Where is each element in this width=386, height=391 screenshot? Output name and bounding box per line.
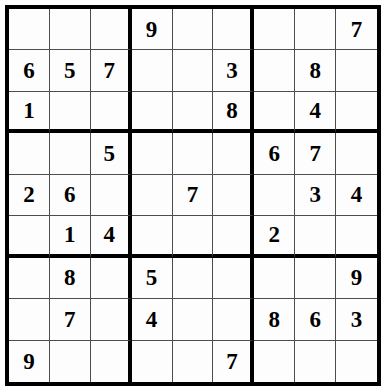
cell-r7c5[interactable] <box>173 258 214 299</box>
cell-r2c8: 8 <box>295 50 336 91</box>
cell-r2c4[interactable] <box>132 50 173 91</box>
cell-r3c9[interactable] <box>336 92 377 133</box>
cell-r7c1[interactable] <box>9 258 50 299</box>
cell-r3c8: 4 <box>295 92 336 133</box>
cell-r6c9[interactable] <box>336 216 377 257</box>
cell-r7c9: 9 <box>336 258 377 299</box>
cell-r5c8: 3 <box>295 175 336 216</box>
cell-r5c1: 2 <box>9 175 50 216</box>
cell-r5c6[interactable] <box>213 175 254 216</box>
cell-r2c9[interactable] <box>336 50 377 91</box>
cell-r3c6: 8 <box>213 92 254 133</box>
cell-r2c5[interactable] <box>173 50 214 91</box>
cell-r9c4[interactable] <box>132 341 173 382</box>
cell-r1c9: 7 <box>336 9 377 50</box>
cell-r8c3[interactable] <box>91 299 132 340</box>
cell-r4c6[interactable] <box>213 133 254 174</box>
cell-r9c3[interactable] <box>91 341 132 382</box>
cell-r3c3[interactable] <box>91 92 132 133</box>
cell-r4c4[interactable] <box>132 133 173 174</box>
cell-r1c1[interactable] <box>9 9 50 50</box>
cell-r3c4[interactable] <box>132 92 173 133</box>
cell-r5c4[interactable] <box>132 175 173 216</box>
cell-r4c2[interactable] <box>50 133 91 174</box>
cell-r5c3[interactable] <box>91 175 132 216</box>
sudoku-board: 9765738184567267341428597486397 <box>5 5 381 386</box>
cell-r9c7[interactable] <box>254 341 295 382</box>
cell-r1c8[interactable] <box>295 9 336 50</box>
cell-r4c1[interactable] <box>9 133 50 174</box>
cell-r7c7[interactable] <box>254 258 295 299</box>
cell-r6c3: 4 <box>91 216 132 257</box>
cell-r1c5[interactable] <box>173 9 214 50</box>
cell-r2c2: 5 <box>50 50 91 91</box>
cell-r5c7[interactable] <box>254 175 295 216</box>
cell-r1c6[interactable] <box>213 9 254 50</box>
cell-r8c7: 8 <box>254 299 295 340</box>
cell-r8c8: 6 <box>295 299 336 340</box>
cell-r5c5: 7 <box>173 175 214 216</box>
cell-r2c1: 6 <box>9 50 50 91</box>
cell-r8c1[interactable] <box>9 299 50 340</box>
cell-r8c9: 3 <box>336 299 377 340</box>
cell-r1c2[interactable] <box>50 9 91 50</box>
cell-r7c4: 5 <box>132 258 173 299</box>
cell-r3c7[interactable] <box>254 92 295 133</box>
sudoku-page: 9765738184567267341428597486397 <box>0 0 386 391</box>
cell-r5c9: 4 <box>336 175 377 216</box>
cell-r1c3[interactable] <box>91 9 132 50</box>
cell-r8c6[interactable] <box>213 299 254 340</box>
cell-r8c2: 7 <box>50 299 91 340</box>
cell-r4c5[interactable] <box>173 133 214 174</box>
cell-r2c3: 7 <box>91 50 132 91</box>
cell-r4c9[interactable] <box>336 133 377 174</box>
cell-r3c5[interactable] <box>173 92 214 133</box>
cell-r9c6: 7 <box>213 341 254 382</box>
cell-r6c4[interactable] <box>132 216 173 257</box>
cell-r7c2: 8 <box>50 258 91 299</box>
cell-r7c3[interactable] <box>91 258 132 299</box>
cell-r9c2[interactable] <box>50 341 91 382</box>
cell-r8c4: 4 <box>132 299 173 340</box>
cell-r6c6[interactable] <box>213 216 254 257</box>
cell-r3c2[interactable] <box>50 92 91 133</box>
cell-r4c8: 7 <box>295 133 336 174</box>
cell-r9c8[interactable] <box>295 341 336 382</box>
cell-r9c5[interactable] <box>173 341 214 382</box>
cell-r6c2: 1 <box>50 216 91 257</box>
cell-r7c6[interactable] <box>213 258 254 299</box>
cell-r1c4: 9 <box>132 9 173 50</box>
cell-r3c1: 1 <box>9 92 50 133</box>
cell-r6c7: 2 <box>254 216 295 257</box>
cell-r6c1[interactable] <box>9 216 50 257</box>
cell-r2c7[interactable] <box>254 50 295 91</box>
cell-r6c8[interactable] <box>295 216 336 257</box>
cell-r8c5[interactable] <box>173 299 214 340</box>
cell-r5c2: 6 <box>50 175 91 216</box>
cell-r9c1: 9 <box>9 341 50 382</box>
cell-r9c9[interactable] <box>336 341 377 382</box>
cell-r1c7[interactable] <box>254 9 295 50</box>
cell-r4c7: 6 <box>254 133 295 174</box>
cell-r2c6: 3 <box>213 50 254 91</box>
cell-r6c5[interactable] <box>173 216 214 257</box>
cell-r4c3: 5 <box>91 133 132 174</box>
cell-r7c8[interactable] <box>295 258 336 299</box>
